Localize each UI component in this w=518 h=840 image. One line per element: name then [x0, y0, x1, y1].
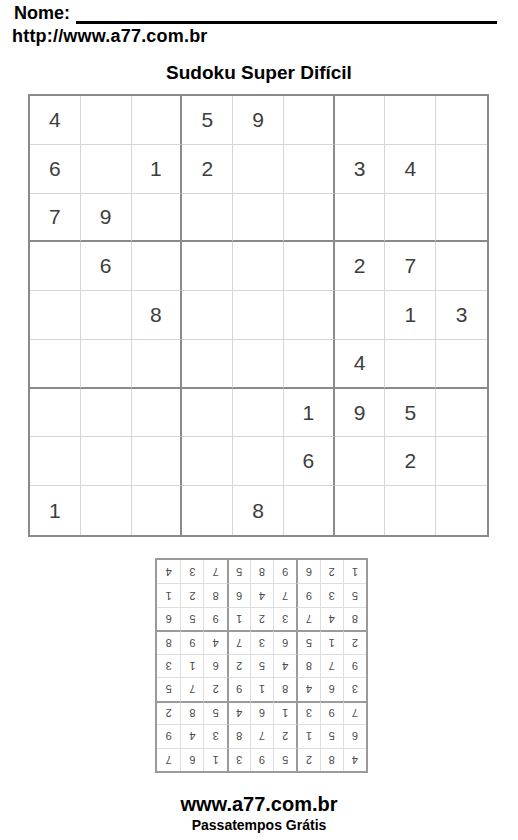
footer-site-text: www.a77.com.br [0, 793, 518, 816]
solution-cell-r7c6: 1 [227, 607, 250, 630]
solution-cell-r8c3: 9 [296, 583, 319, 606]
puzzle-cell-r3c6 [284, 194, 335, 243]
puzzle-cell-r7c8: 5 [385, 389, 436, 438]
puzzle-cell-r2c9 [436, 145, 487, 194]
puzzle-cell-r7c4 [182, 389, 233, 438]
solution-cell-r6c8: 9 [180, 630, 203, 653]
puzzle-cell-r7c3 [132, 389, 183, 438]
puzzle-cell-r7c7: 9 [335, 389, 386, 438]
solution-cell-r6c6: 7 [227, 630, 250, 653]
puzzle-cell-r3c3 [132, 194, 183, 243]
solution-cell-r3c2: 9 [320, 701, 343, 724]
name-label: Nome: [14, 3, 70, 24]
solution-cell-r1c1: 4 [343, 748, 366, 771]
puzzle-cell-r8c8: 2 [385, 437, 436, 486]
solution-cell-r1c2: 8 [320, 748, 343, 771]
solution-cell-r9c9: 4 [157, 560, 180, 583]
solution-cell-r7c9: 6 [157, 607, 180, 630]
puzzle-cell-r3c5 [233, 194, 284, 243]
site-url-text: http://www.a77.com.br [12, 26, 208, 47]
puzzle-cell-r8c2 [81, 437, 132, 486]
solution-cell-r9c7: 7 [203, 560, 226, 583]
puzzle-cell-r2c1: 6 [30, 145, 81, 194]
solution-cell-r3c8: 8 [180, 701, 203, 724]
puzzle-cell-r4c6 [284, 242, 335, 291]
puzzle-cell-r2c8: 4 [385, 145, 436, 194]
puzzle-cell-r4c4 [182, 242, 233, 291]
solution-cell-r7c2: 4 [320, 607, 343, 630]
solution-cell-r3c3: 3 [296, 701, 319, 724]
solution-cell-r5c7: 6 [203, 654, 226, 677]
puzzle-cell-r1c9 [436, 96, 487, 145]
puzzle-cell-r1c2 [81, 96, 132, 145]
sudoku-puzzle-grid: 459612347962781341956218 [28, 94, 489, 537]
puzzle-cell-r1c4: 5 [182, 96, 233, 145]
puzzle-cell-r6c3 [132, 340, 183, 389]
solution-cell-r4c5: 1 [250, 677, 273, 700]
puzzle-cell-r6c6 [284, 340, 335, 389]
puzzle-cell-r6c1 [30, 340, 81, 389]
puzzle-cell-r2c3: 1 [132, 145, 183, 194]
solution-cell-r3c6: 4 [227, 701, 250, 724]
puzzle-cell-r2c6 [284, 145, 335, 194]
solution-cell-r9c8: 3 [180, 560, 203, 583]
solution-cell-r4c8: 7 [180, 677, 203, 700]
solution-cell-r9c4: 9 [273, 560, 296, 583]
puzzle-cell-r8c1 [30, 437, 81, 486]
solution-cell-r3c9: 2 [157, 701, 180, 724]
solution-cell-r4c2: 6 [320, 677, 343, 700]
puzzle-cell-r9c5: 8 [233, 486, 284, 535]
puzzle-cell-r1c3 [132, 96, 183, 145]
puzzle-cell-r9c2 [81, 486, 132, 535]
solution-cell-r5c6: 2 [227, 654, 250, 677]
solution-cell-r2c4: 2 [273, 724, 296, 747]
puzzle-cell-r6c5 [233, 340, 284, 389]
solution-cell-r5c1: 9 [343, 654, 366, 677]
solution-cell-r2c3: 1 [296, 724, 319, 747]
solution-cell-r2c5: 7 [250, 724, 273, 747]
puzzle-cell-r8c4 [182, 437, 233, 486]
puzzle-cell-r9c9 [436, 486, 487, 535]
puzzle-cell-r2c5 [233, 145, 284, 194]
solution-cell-r2c6: 8 [227, 724, 250, 747]
solution-cell-r6c3: 5 [296, 630, 319, 653]
solution-cell-r6c1: 2 [343, 630, 366, 653]
solution-cell-r5c3: 8 [296, 654, 319, 677]
solution-cell-r6c9: 8 [157, 630, 180, 653]
puzzle-cell-r8c6: 6 [284, 437, 335, 486]
puzzle-cell-r9c1: 1 [30, 486, 81, 535]
solution-cell-r8c5: 4 [250, 583, 273, 606]
solution-cell-r9c1: 1 [343, 560, 366, 583]
puzzle-cell-r1c5: 9 [233, 96, 284, 145]
puzzle-cell-r6c7: 4 [335, 340, 386, 389]
solution-cell-r9c2: 2 [320, 560, 343, 583]
solution-cell-r7c1: 8 [343, 607, 366, 630]
puzzle-cell-r5c7 [335, 291, 386, 340]
solution-cell-r1c4: 5 [273, 748, 296, 771]
solution-cell-r7c5: 2 [250, 607, 273, 630]
solution-cell-r3c7: 5 [203, 701, 226, 724]
solution-cell-r4c1: 3 [343, 677, 366, 700]
solution-cell-r9c5: 8 [250, 560, 273, 583]
puzzle-cell-r3c9 [436, 194, 487, 243]
puzzle-cell-r3c1: 7 [30, 194, 81, 243]
puzzle-cell-r4c1 [30, 242, 81, 291]
puzzle-cell-r4c8: 7 [385, 242, 436, 291]
puzzle-cell-r5c3: 8 [132, 291, 183, 340]
solution-cell-r1c7: 1 [203, 748, 226, 771]
puzzle-cell-r4c2: 6 [81, 242, 132, 291]
solution-cell-r4c6: 9 [227, 677, 250, 700]
puzzle-cell-r5c2 [81, 291, 132, 340]
puzzle-cell-r7c6: 1 [284, 389, 335, 438]
solution-cell-r4c3: 4 [296, 677, 319, 700]
solution-cell-r2c9: 9 [157, 724, 180, 747]
name-underline [76, 21, 497, 24]
puzzle-cell-r9c6 [284, 486, 335, 535]
puzzle-cell-r3c8 [385, 194, 436, 243]
puzzle-cell-r9c3 [132, 486, 183, 535]
puzzle-cell-r4c5 [233, 242, 284, 291]
solution-cell-r8c4: 7 [273, 583, 296, 606]
solution-cell-r1c3: 2 [296, 748, 319, 771]
solution-cell-r9c3: 6 [296, 560, 319, 583]
solution-cell-r6c4: 6 [273, 630, 296, 653]
puzzle-cell-r2c7: 3 [335, 145, 386, 194]
puzzle-cell-r4c9 [436, 242, 487, 291]
puzzle-cell-r5c8: 1 [385, 291, 436, 340]
puzzle-cell-r1c1: 4 [30, 96, 81, 145]
solution-cell-r4c7: 2 [203, 677, 226, 700]
puzzle-cell-r6c9 [436, 340, 487, 389]
puzzle-cell-r9c8 [385, 486, 436, 535]
solution-cell-r8c7: 8 [203, 583, 226, 606]
solution-cell-r3c5: 6 [250, 701, 273, 724]
puzzle-cell-r1c7 [335, 96, 386, 145]
footer-tagline-text: Passatempos Grátis [0, 817, 518, 833]
puzzle-cell-r1c6 [284, 96, 335, 145]
solution-cell-r2c7: 3 [203, 724, 226, 747]
solution-cell-r6c7: 4 [203, 630, 226, 653]
solution-cell-r8c6: 6 [227, 583, 250, 606]
solution-cell-r9c6: 5 [227, 560, 250, 583]
puzzle-cell-r9c4 [182, 486, 233, 535]
puzzle-cell-r5c6 [284, 291, 335, 340]
puzzle-cell-r5c4 [182, 291, 233, 340]
page: Nome: http://www.a77.com.br Sudoku Super… [0, 0, 518, 840]
solution-cell-r2c2: 5 [320, 724, 343, 747]
puzzle-cell-r6c4 [182, 340, 233, 389]
puzzle-cell-r7c5 [233, 389, 284, 438]
solution-cell-r5c4: 4 [273, 654, 296, 677]
page-title: Sudoku Super Difícil [0, 62, 518, 84]
solution-cell-r7c4: 3 [273, 607, 296, 630]
puzzle-cell-r4c3 [132, 242, 183, 291]
solution-cell-r8c9: 1 [157, 583, 180, 606]
solution-cell-r8c2: 3 [320, 583, 343, 606]
puzzle-cell-r8c3 [132, 437, 183, 486]
puzzle-cell-r1c8 [385, 96, 436, 145]
solution-cell-r5c5: 5 [250, 654, 273, 677]
solution-cell-r1c9: 7 [157, 748, 180, 771]
solution-cell-r7c8: 5 [180, 607, 203, 630]
solution-cell-r1c8: 6 [180, 748, 203, 771]
solution-cell-r7c3: 7 [296, 607, 319, 630]
sudoku-solution-grid-rotated: 4825931676512783497931645823648192759784… [155, 558, 368, 773]
puzzle-cell-r7c2 [81, 389, 132, 438]
puzzle-cell-r7c1 [30, 389, 81, 438]
solution-cell-r5c8: 1 [180, 654, 203, 677]
solution-cell-r7c7: 9 [203, 607, 226, 630]
puzzle-cell-r2c2 [81, 145, 132, 194]
puzzle-cell-r3c2: 9 [81, 194, 132, 243]
puzzle-cell-r6c2 [81, 340, 132, 389]
puzzle-cell-r8c5 [233, 437, 284, 486]
puzzle-cell-r6c8 [385, 340, 436, 389]
puzzle-cell-r5c5 [233, 291, 284, 340]
solution-cell-r1c5: 9 [250, 748, 273, 771]
puzzle-cell-r2c4: 2 [182, 145, 233, 194]
puzzle-cell-r5c9: 3 [436, 291, 487, 340]
puzzle-cell-r8c9 [436, 437, 487, 486]
solution-cell-r2c8: 4 [180, 724, 203, 747]
solution-cell-r1c6: 3 [227, 748, 250, 771]
puzzle-cell-r8c7 [335, 437, 386, 486]
solution-cell-r5c9: 3 [157, 654, 180, 677]
puzzle-cell-r3c7 [335, 194, 386, 243]
name-row: Nome: [14, 3, 497, 23]
puzzle-cell-r9c7 [335, 486, 386, 535]
solution-cell-r4c9: 5 [157, 677, 180, 700]
solution-cell-r2c1: 6 [343, 724, 366, 747]
puzzle-cell-r3c4 [182, 194, 233, 243]
solution-cell-r8c1: 5 [343, 583, 366, 606]
puzzle-cell-r7c9 [436, 389, 487, 438]
puzzle-cell-r4c7: 2 [335, 242, 386, 291]
puzzle-cell-r5c1 [30, 291, 81, 340]
solution-cell-r5c2: 7 [320, 654, 343, 677]
solution-cell-r3c4: 1 [273, 701, 296, 724]
solution-cell-r3c1: 7 [343, 701, 366, 724]
solution-cell-r6c5: 3 [250, 630, 273, 653]
solution-cell-r4c4: 8 [273, 677, 296, 700]
solution-cell-r8c8: 2 [180, 583, 203, 606]
solution-cell-r6c2: 1 [320, 630, 343, 653]
